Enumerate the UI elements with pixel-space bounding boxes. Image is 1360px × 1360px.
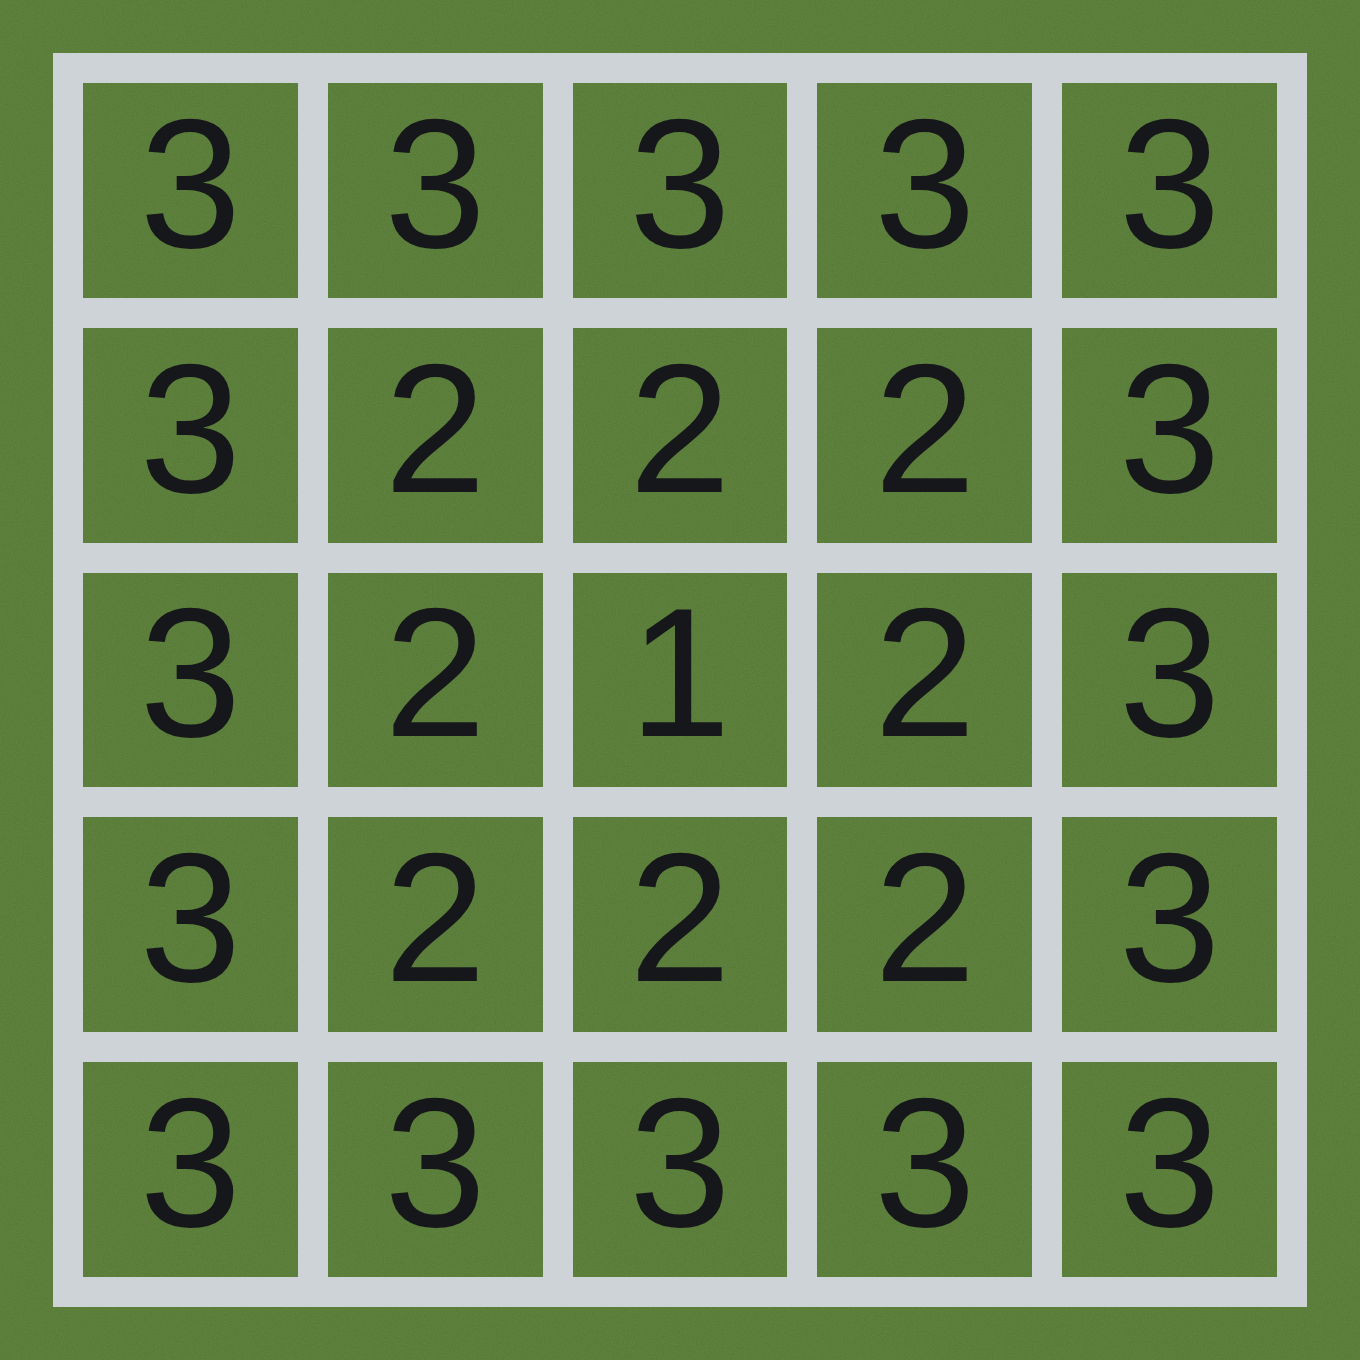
cell-value: 2: [874, 826, 976, 1009]
cell-value: 2: [874, 581, 976, 764]
cell-r3c2[interactable]: 2: [313, 558, 558, 803]
cell-r2c3[interactable]: 2: [558, 313, 803, 558]
cell-r2c2[interactable]: 2: [313, 313, 558, 558]
cell-value: 1: [629, 581, 731, 764]
cell-value: 2: [384, 337, 486, 520]
cell-r4c1[interactable]: 3: [68, 802, 313, 1047]
cell-value: 2: [629, 826, 731, 1009]
cell-r4c3[interactable]: 2: [558, 802, 803, 1047]
cell-value: 3: [1119, 826, 1221, 1009]
cell-r4c4[interactable]: 2: [802, 802, 1047, 1047]
cell-value: 3: [384, 92, 486, 275]
cell-value: 3: [1119, 92, 1221, 275]
cell-value: 3: [140, 337, 242, 520]
cell-r1c1[interactable]: 3: [68, 68, 313, 313]
cell-r5c3[interactable]: 3: [558, 1047, 803, 1292]
cell-r3c3[interactable]: 1: [558, 558, 803, 803]
cell-value: 2: [629, 337, 731, 520]
cell-value: 3: [874, 92, 976, 275]
cell-r1c3[interactable]: 3: [558, 68, 803, 313]
cell-value: 3: [874, 1071, 976, 1254]
cell-r3c1[interactable]: 3: [68, 558, 313, 803]
cell-value: 3: [140, 92, 242, 275]
cell-r2c5[interactable]: 3: [1047, 313, 1292, 558]
cell-r5c1[interactable]: 3: [68, 1047, 313, 1292]
cell-value: 2: [384, 826, 486, 1009]
cell-value: 2: [874, 337, 976, 520]
puzzle-board: 3333332223321233222333333: [68, 68, 1292, 1292]
cell-r5c5[interactable]: 3: [1047, 1047, 1292, 1292]
cell-r5c2[interactable]: 3: [313, 1047, 558, 1292]
cell-value: 3: [140, 826, 242, 1009]
cell-value: 3: [1119, 337, 1221, 520]
cell-value: 2: [384, 581, 486, 764]
cell-value: 3: [1119, 581, 1221, 764]
cell-value: 3: [629, 92, 731, 275]
cell-r4c5[interactable]: 3: [1047, 802, 1292, 1047]
cell-value: 3: [140, 1071, 242, 1254]
cell-r4c2[interactable]: 2: [313, 802, 558, 1047]
cell-value: 3: [629, 1071, 731, 1254]
cell-r1c5[interactable]: 3: [1047, 68, 1292, 313]
cell-value: 3: [384, 1071, 486, 1254]
cell-r3c4[interactable]: 2: [802, 558, 1047, 803]
cell-r2c1[interactable]: 3: [68, 313, 313, 558]
board-frame: 3333332223321233222333333: [53, 53, 1307, 1307]
cell-value: 3: [1119, 1071, 1221, 1254]
cell-r5c4[interactable]: 3: [802, 1047, 1047, 1292]
cell-r3c5[interactable]: 3: [1047, 558, 1292, 803]
cell-r1c2[interactable]: 3: [313, 68, 558, 313]
cell-value: 3: [140, 581, 242, 764]
cell-r2c4[interactable]: 2: [802, 313, 1047, 558]
cell-r1c4[interactable]: 3: [802, 68, 1047, 313]
